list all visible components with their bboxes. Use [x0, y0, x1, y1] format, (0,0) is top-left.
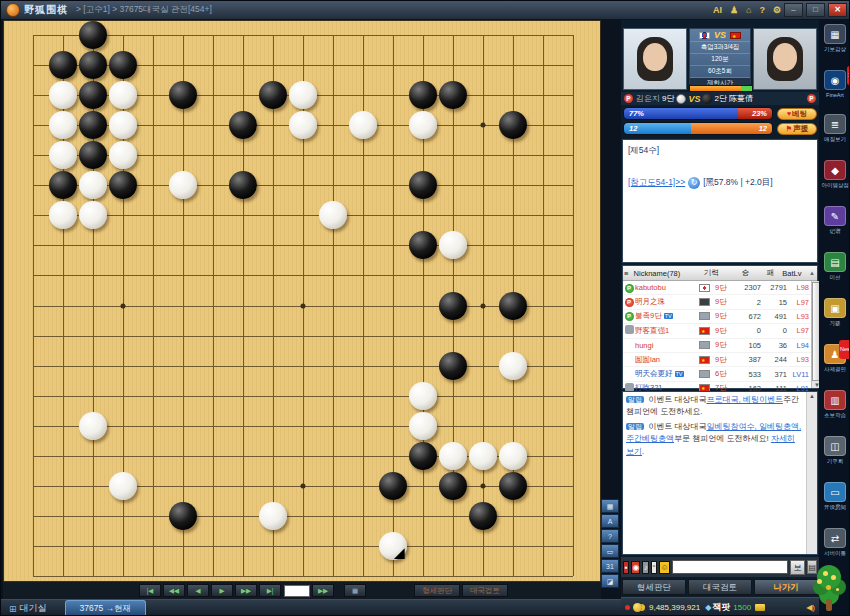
column-header[interactable]: 승	[727, 268, 750, 278]
sidebar-item-기보감상[interactable]: ▦기보감상	[819, 24, 850, 54]
white-stone[interactable]	[109, 141, 137, 169]
move-info-panel: [제54수] [참고도54-1]>> ↻ [黑57.8% | +2.0目]	[622, 139, 818, 263]
send-button[interactable]: 보내기	[790, 560, 806, 575]
서버이동-icon: ⇄	[824, 528, 846, 548]
star-point	[480, 303, 485, 308]
black-stone[interactable]	[79, 81, 107, 109]
red-badge-icon: P	[625, 298, 634, 307]
spectator-level: L94	[787, 341, 811, 350]
grid-line-h	[33, 396, 573, 397]
close-button[interactable]: ✕	[828, 3, 847, 17]
help-icon[interactable]: ?	[759, 5, 765, 15]
spectator-rank: 9단	[715, 355, 735, 365]
spectator-row[interactable]: 明天会更好TV6단533371LV11	[623, 367, 811, 381]
country-flag	[699, 370, 715, 378]
FineArt-icon: ◉1	[824, 70, 846, 90]
disabled-action-button: 대국검토	[462, 584, 508, 597]
spectator-row[interactable]: P불족9단TV9단672491L93	[623, 310, 811, 324]
sidebar-item-아이템상점[interactable]: ◆아이템상점	[819, 160, 850, 190]
spectator-level: L97	[787, 326, 811, 335]
white-stone[interactable]	[109, 472, 137, 500]
grid-line-h	[33, 366, 573, 367]
tab-lobby-label: 대기실	[20, 602, 47, 615]
money-tree-coins	[823, 571, 828, 576]
money-tree[interactable]	[809, 561, 849, 615]
star-point	[480, 122, 485, 127]
spectator-name[interactable]: 圆圆lan	[635, 355, 699, 365]
sidebar-item-label: 기우회	[821, 458, 848, 466]
tv-icon: TV	[664, 313, 673, 319]
money-tree-trunk	[826, 599, 832, 611]
black-stone[interactable]	[79, 51, 107, 79]
filter-icon[interactable]: ≡	[623, 269, 633, 278]
member-badge	[623, 325, 635, 336]
cheer-button[interactable]: ⚑ 声援	[777, 123, 817, 135]
spectator-rank: 6단	[715, 369, 735, 379]
balloon-icon[interactable]: “	[651, 561, 657, 574]
기우회-icon: ◫	[824, 436, 846, 456]
notice-tag: 알림	[626, 423, 644, 430]
spectator-wins: 0	[735, 326, 761, 335]
sidebar-item-label: 记谱	[821, 228, 848, 236]
chat-input-row: ▪◉♪“☺보내기▤	[621, 557, 819, 577]
spectator-row[interactable]: 野客直强1★9단00L97	[623, 324, 811, 338]
grid-line-v	[543, 35, 544, 577]
black-stone[interactable]	[379, 472, 407, 500]
gem-icon: ◆	[705, 603, 711, 612]
komi-label: 흑덤3과3/4집	[690, 42, 750, 54]
home-icon[interactable]: ⌂	[746, 5, 751, 15]
jackpot-label[interactable]: 잭팟	[712, 601, 730, 614]
spectator-losses: 371	[761, 370, 787, 379]
black-stone[interactable]	[109, 171, 137, 199]
white-stone-icon	[676, 94, 686, 104]
main-time-label: 120분	[690, 54, 750, 66]
board-tool-button[interactable]: 31	[601, 559, 619, 573]
korea-flag-icon	[699, 32, 710, 39]
spectator-row[interactable]: Pkabutobu9단23072791L98	[623, 281, 811, 295]
chat-input[interactable]	[672, 560, 788, 574]
replay-button[interactable]: ▶▶	[235, 584, 257, 597]
black-stone[interactable]	[229, 171, 257, 199]
sidebar-item-기우회[interactable]: ◫기우회	[819, 436, 850, 466]
green-badge-icon: P	[625, 312, 634, 321]
grid-icon: ⊞	[9, 604, 17, 614]
notice-text: 부문 챔피언에 도전하세요!	[674, 434, 771, 443]
black-stone[interactable]	[469, 502, 497, 530]
black-stone[interactable]	[409, 171, 437, 199]
white-stone[interactable]	[349, 111, 377, 139]
white-stone[interactable]	[49, 201, 77, 229]
spectator-level: L93	[787, 312, 811, 321]
black-stone[interactable]	[409, 81, 437, 109]
breadcrumb: > [고수1] > 37675대국실 관전[454+]	[76, 4, 212, 16]
emoji-icon[interactable]: ☺	[659, 561, 669, 574]
习题-icon: ▣	[824, 298, 846, 318]
notice-text: 이벤트 대상대국	[646, 395, 706, 404]
notice-message: 알림 이벤트 대상대국프로대국, 베팅이벤트주간 챔피언에 도전하세요.	[623, 392, 817, 419]
replay-play-button[interactable]: ▶▶	[312, 584, 334, 597]
black-stone[interactable]	[49, 51, 77, 79]
black-stone[interactable]	[79, 141, 107, 169]
dark-flag-icon	[699, 298, 710, 306]
white-stone[interactable]	[79, 171, 107, 199]
spectator-rank: 9단	[715, 311, 735, 321]
star-point	[480, 484, 485, 489]
board-side-tools: ▦A?▭31◪	[601, 499, 619, 589]
sidebar-item-记谱[interactable]: ✎记谱	[819, 206, 850, 236]
card-icon	[755, 604, 765, 611]
white-stone[interactable]	[49, 141, 77, 169]
white-stone[interactable]	[109, 81, 137, 109]
spectator-losses: 2791	[761, 283, 787, 292]
vs-label: VS	[714, 30, 726, 40]
move-number-input[interactable]	[284, 585, 310, 597]
tab-lobby[interactable]: ⊞ 대기실	[9, 602, 47, 615]
member-badge: P	[623, 283, 635, 293]
ai-swirl-icon[interactable]: ↻	[688, 177, 700, 189]
sidebar-item-label: 매칭보기	[821, 136, 848, 144]
notice-tag: 알림	[626, 396, 644, 403]
country-flag: ★	[699, 327, 715, 335]
spectator-level: LV11	[787, 370, 811, 379]
sidebar-item-习题[interactable]: ▣习题	[819, 298, 850, 328]
chat-area: 알림 이벤트 대상대국프로대국, 베팅이벤트주간 챔피언에 도전하세요.알림 이…	[622, 391, 818, 555]
vs-small-label: VS	[688, 94, 700, 104]
spectator-wins: 2	[735, 298, 761, 307]
spectator-level: L93	[787, 355, 811, 364]
black-stone[interactable]	[439, 81, 467, 109]
support-bar: 12 12	[623, 122, 773, 135]
black-stone[interactable]	[409, 442, 437, 470]
spectator-level: L97	[787, 298, 811, 307]
match-info-card: VS ★ 흑덤3과3/4집 120분 60초5회 제한시간	[689, 28, 751, 84]
white-stone[interactable]	[409, 382, 437, 410]
black-stone[interactable]	[169, 502, 197, 530]
black-stone[interactable]	[499, 472, 527, 500]
spectator-rank: 9단	[715, 340, 735, 350]
black-stone[interactable]	[169, 81, 197, 109]
country-flag	[699, 284, 715, 292]
chat-scrollbar[interactable]: ▲	[806, 392, 817, 554]
sidebar-item-사제결연[interactable]: ♟New사제결연	[819, 344, 850, 374]
black-stone[interactable]	[79, 111, 107, 139]
reference-diagram-link[interactable]: [참고도54-1]>>	[628, 177, 685, 189]
last-move-marker	[394, 548, 405, 559]
replay-button[interactable]: ▶|	[259, 584, 281, 597]
white-stone[interactable]	[499, 352, 527, 380]
board-tool-button[interactable]: A	[601, 514, 619, 528]
white-player-photo	[623, 28, 687, 90]
white-stone[interactable]	[109, 111, 137, 139]
territory-count-button[interactable]: 형세판단	[622, 579, 686, 595]
coin-balance: 9,485,399,921	[649, 603, 700, 612]
记谱-icon: ✎	[824, 206, 846, 226]
black-stone-icon	[702, 94, 712, 104]
coin-icon	[633, 603, 642, 612]
move-number-label: [제54수]	[628, 145, 817, 157]
byoyomi-label: 60초5회	[690, 66, 750, 78]
spectator-wins: 105	[735, 341, 761, 350]
spectator-level: L98	[787, 283, 811, 292]
ai-eval-label: [黑57.8% | +2.0目]	[703, 177, 773, 189]
gem-balance: 1500	[733, 603, 751, 612]
white-stone[interactable]	[319, 201, 347, 229]
tv-icon: TV	[675, 371, 684, 377]
icon-sidebar: ▦기보감상◉1FineArt≣매칭보기◆아이템상점✎记谱▤미션▣习题♟New사제…	[819, 20, 850, 616]
gear-icon[interactable]: ⚙	[773, 5, 781, 15]
sidebar-item-미션[interactable]: ▤미션	[819, 252, 850, 282]
spectator-wins: 533	[735, 370, 761, 379]
cheer-button-label: 声援	[793, 124, 808, 134]
spectator-losses: 0	[761, 326, 787, 335]
replay-button[interactable]: |◀	[139, 584, 161, 597]
fox-logo-icon	[6, 3, 20, 17]
replay-button[interactable]: ▶	[211, 584, 233, 597]
grid-line-v	[333, 35, 334, 577]
titlebar-buttons: AI♟⌂?⚙–□✕	[705, 3, 850, 17]
notification-badge: New	[839, 340, 850, 359]
spectator-losses: 36	[761, 341, 787, 350]
spectator-list: ≡Nickname(78)기력승패BatLv▲Pkabutobu9단230727…	[622, 265, 818, 389]
ai-icon[interactable]: AI	[713, 5, 722, 15]
profile-badge-right[interactable]: P	[807, 94, 816, 103]
grid-line-h	[33, 426, 573, 427]
scroll-up-icon[interactable]: ▲	[809, 270, 817, 276]
winrate-left-label: 77%	[629, 109, 644, 118]
spectator-list-header: ≡Nickname(78)기력승패BatLv▲	[623, 266, 817, 281]
player-names-row: P 김은지 9단 VS 2단 陈蔓倩 P	[621, 92, 819, 105]
spectator-rank: 9단	[715, 326, 735, 336]
tab-current-room[interactable]: 37675 →현재	[65, 600, 147, 616]
member-badge: P	[623, 297, 635, 307]
spectator-row[interactable]: P明月之珠9단215L97	[623, 295, 811, 309]
winrate-row: 77% 23% ♥ 베팅	[623, 107, 817, 120]
sidebar-item-label: 서버이동	[821, 550, 848, 558]
spectator-losses: 491	[761, 312, 787, 321]
china-flag-icon: ★	[730, 32, 741, 39]
money-tree-leaves	[817, 565, 841, 589]
member-badge: P	[623, 311, 635, 321]
right-panel: VS ★ 흑덤3과3/4집 120분 60초5회 제한시간 P 김은지 9단 V…	[621, 20, 819, 616]
time-progress-green	[741, 86, 752, 91]
black-player-rank: 2단	[714, 93, 726, 104]
white-stone[interactable]	[439, 231, 467, 259]
board-tool-button[interactable]: ▭	[601, 544, 619, 558]
sidebar-item-매칭보기[interactable]: ≣매칭보기	[819, 114, 850, 144]
black-stone[interactable]	[439, 292, 467, 320]
spectator-name[interactable]: hungi	[635, 341, 699, 350]
white-stone[interactable]	[79, 201, 107, 229]
white-stone[interactable]	[409, 412, 437, 440]
white-stone[interactable]	[259, 502, 287, 530]
go-board[interactable]	[3, 20, 601, 582]
white-stone[interactable]	[409, 111, 437, 139]
spectator-rows-col: Pkabutobu9단23072791L98P明月之珠9단215L97P불족9단…	[623, 281, 811, 396]
grid-line-h	[33, 336, 573, 337]
country-flag: ★	[699, 356, 715, 364]
betting-button[interactable]: ♥ 베팅	[777, 108, 817, 120]
record-dot-icon	[625, 605, 630, 610]
star-point	[300, 303, 305, 308]
person-icon[interactable]: ♟	[730, 5, 738, 15]
black-player-name: 陈蔓倩	[729, 93, 753, 104]
black-stone[interactable]	[499, 111, 527, 139]
gray-flag-icon	[699, 370, 710, 378]
disabled-action-button: 형세판단	[414, 584, 460, 597]
아이템상점-icon: ◆	[824, 160, 846, 180]
sidebar-item-서버이동[interactable]: ⇄서버이동	[819, 528, 850, 558]
grid-line-h	[33, 576, 573, 577]
gray-flag-icon	[699, 312, 710, 320]
star-point	[300, 484, 305, 489]
green-badge-icon: P	[625, 284, 634, 293]
white-stone[interactable]	[499, 442, 527, 470]
spectator-wins: 387	[735, 355, 761, 364]
sidebar-item-FineArt[interactable]: ◉1FineArt	[819, 70, 850, 98]
pair-badge-icon	[625, 325, 634, 334]
jp-flag-icon	[699, 284, 710, 292]
winrate-bar: 77% 23%	[623, 107, 773, 120]
black-stone[interactable]	[439, 472, 467, 500]
column-header[interactable]: 기력	[695, 268, 727, 278]
white-stone[interactable]	[169, 171, 197, 199]
time-progress-bar	[689, 85, 753, 92]
spectator-losses: 244	[761, 355, 787, 364]
panel-action-buttons: 형세판단대국검토나가기	[621, 579, 819, 595]
white-stone[interactable]	[469, 442, 497, 470]
board-mode-button[interactable]: ▦	[344, 584, 366, 597]
grid-line-v	[573, 35, 574, 577]
notice-link[interactable]: 프로대국, 베팅이벤트	[706, 395, 782, 404]
white-stone[interactable]	[49, 111, 77, 139]
support-row: 12 12 ⚑ 声援	[623, 122, 817, 135]
spectator-name[interactable]: kabutobu	[635, 283, 699, 292]
country-flag	[699, 298, 715, 306]
sidebar-item-label: 开设房间	[821, 504, 848, 512]
white-player-rank: 9단	[662, 93, 674, 104]
black-player-photo	[753, 28, 817, 90]
sidebar-item-label: 사제결연	[821, 366, 848, 374]
country-flag	[699, 341, 715, 349]
black-stone[interactable]	[409, 231, 437, 259]
사제결연-icon: ♟New	[824, 344, 846, 364]
board-tool-button[interactable]: ◪	[601, 574, 619, 588]
spectator-rank: 9단	[715, 283, 735, 293]
sidebar-item-label: 미션	[821, 274, 848, 282]
sidebar-item-label: 아이템상점	[821, 182, 848, 190]
block-icon[interactable]: ▪	[623, 561, 629, 574]
开设房间-icon: ▭	[824, 482, 846, 502]
support-right-label: 12	[759, 124, 767, 133]
mic-icon[interactable]: ♪	[642, 561, 648, 574]
notice-text: .	[642, 447, 644, 456]
sidebar-item-开设房间[interactable]: ▭开设房间	[819, 482, 850, 512]
star-point	[120, 303, 125, 308]
black-stone[interactable]	[79, 21, 107, 49]
black-stone[interactable]	[49, 171, 77, 199]
spectator-losses: 15	[761, 298, 787, 307]
notice-message: 알림 이벤트 대상대국일베팅참여수, 일베팅총액, 주간베팅총액부문 챔피언에 …	[623, 419, 817, 458]
black-stone[interactable]	[229, 111, 257, 139]
game-review-button[interactable]: 대국검토	[688, 579, 752, 595]
white-stone[interactable]	[289, 111, 317, 139]
spectator-name[interactable]: 불족9단TV	[635, 311, 699, 321]
heart-icon: ♥	[787, 110, 791, 117]
chat-scroll-up[interactable]: ▲	[807, 392, 817, 401]
column-header[interactable]: BatLv	[775, 269, 809, 278]
기보감상-icon: ▦	[824, 24, 846, 44]
spectator-name[interactable]: 明天会更好TV	[635, 369, 699, 379]
winrate-right-label: 23%	[752, 109, 767, 118]
flag-icon: ⚑	[786, 125, 792, 133]
app-title: 野狐围棋	[24, 3, 68, 17]
replay-button[interactable]: ◀	[187, 584, 209, 597]
time-progress-fill	[690, 86, 741, 91]
app-window: 野狐围棋 > [고수1] > 37675대국실 관전[454+] AI♟⌂?⚙–…	[0, 0, 850, 616]
미션-icon: ▤	[824, 252, 846, 272]
grid-line-h	[33, 546, 573, 547]
sidebar-item-label: 초보학습	[821, 412, 848, 420]
black-stone[interactable]	[499, 292, 527, 320]
column-header[interactable]: Nickname(78)	[633, 269, 696, 278]
country-flag	[699, 312, 715, 320]
column-header[interactable]: 패	[750, 268, 775, 278]
white-stone[interactable]	[289, 81, 317, 109]
초보학습-icon: ▥	[824, 390, 846, 410]
spectator-wins: 672	[735, 312, 761, 321]
minimize-button[interactable]: –	[784, 3, 803, 17]
spectator-rank: 9단	[715, 297, 735, 307]
board-tool-button[interactable]: ▦	[601, 499, 619, 513]
spectator-name[interactable]: 野客直强1	[635, 326, 699, 336]
sidebar-item-초보학습[interactable]: ▥초보학습	[819, 390, 850, 420]
profile-badge-left[interactable]: P	[624, 94, 633, 103]
replay-button[interactable]: ◀◀	[163, 584, 185, 597]
titlebar: 野狐围棋 > [고수1] > 37675대국실 관전[454+] AI♟⌂?⚙–…	[1, 1, 850, 19]
wallet-statusbar: 9,485,399,921 ◆ 잭팟 1500 ◀)	[621, 597, 819, 616]
black-stone[interactable]	[439, 352, 467, 380]
spectator-wins: 2307	[735, 283, 761, 292]
black-stone[interactable]	[109, 51, 137, 79]
record-icon[interactable]: ◉	[631, 561, 640, 574]
sidebar-item-label: 习题	[821, 320, 848, 328]
spectator-row[interactable]: 圆圆lan★9단387244L93	[623, 353, 811, 367]
support-left-label: 12	[629, 124, 637, 133]
notice-text: 이벤트 대상대국	[646, 422, 706, 431]
gray-flag-icon	[699, 341, 710, 349]
white-stone[interactable]	[79, 412, 107, 440]
betting-button-label: 베팅	[792, 109, 807, 119]
white-player-name: 김은지	[636, 93, 660, 104]
black-stone[interactable]	[259, 81, 287, 109]
spectator-rows: Pkabutobu9단23072791L98P明月之珠9단215L97P불족9단…	[623, 281, 817, 396]
restore-button[interactable]: □	[806, 3, 825, 17]
board-tool-button[interactable]: ?	[601, 529, 619, 543]
replay-controls: |◀◀◀◀▶▶▶▶|▶▶▦형세판단대국검토	[3, 582, 601, 599]
spectator-row[interactable]: hungi9단10536L94	[623, 339, 811, 353]
cn-flag-icon: ★	[699, 356, 710, 364]
spectator-name[interactable]: 明月之珠	[635, 297, 699, 307]
sidebar-item-label: 기보감상	[821, 46, 848, 54]
매칭보기-icon: ≣	[824, 114, 846, 134]
white-stone[interactable]	[49, 81, 77, 109]
white-stone[interactable]	[379, 532, 407, 560]
sidebar-item-label: FineArt	[821, 92, 848, 98]
cn-flag-icon: ★	[699, 327, 710, 335]
white-stone[interactable]	[439, 442, 467, 470]
